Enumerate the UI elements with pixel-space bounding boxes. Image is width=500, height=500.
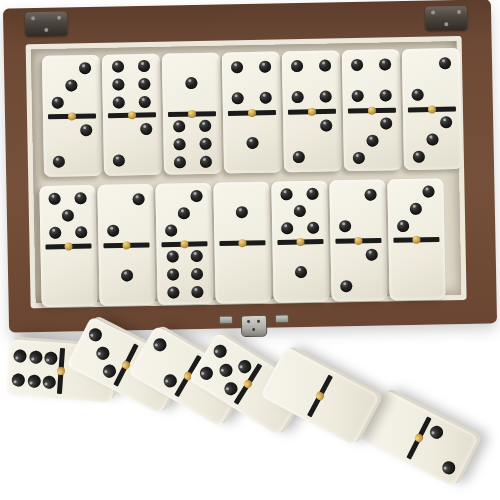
pip [351, 58, 363, 70]
pip [217, 361, 235, 379]
pip [53, 156, 65, 168]
pip [76, 226, 88, 238]
tile-half-top [342, 49, 401, 111]
pip [52, 97, 64, 109]
pip [412, 89, 424, 101]
pip [353, 151, 365, 163]
pip [428, 423, 445, 440]
domino-tile [282, 50, 342, 172]
pip [281, 222, 293, 234]
pip [191, 190, 203, 202]
pip [259, 92, 271, 104]
pip [379, 89, 391, 101]
pip [319, 90, 331, 102]
pip [423, 186, 435, 198]
pip [62, 210, 74, 222]
domino-tile [222, 51, 282, 173]
tile-half-bot [403, 108, 462, 170]
pip [178, 207, 190, 219]
tile-half-top [6, 339, 63, 399]
pip [199, 137, 211, 149]
pip [308, 222, 320, 234]
pip [319, 59, 331, 71]
pip [365, 188, 377, 200]
domino-tile [271, 181, 329, 303]
domino-row-top [41, 48, 459, 178]
pip [410, 203, 422, 215]
pip [366, 134, 378, 146]
hinge-icon-left [25, 11, 67, 36]
pip [151, 335, 169, 353]
pip [43, 376, 57, 390]
tile-half-bot [43, 115, 102, 177]
pip [236, 206, 248, 218]
pip [192, 286, 204, 298]
domino-tile [155, 183, 213, 305]
tile-half-bot [98, 244, 155, 306]
pip [440, 460, 457, 477]
pip [340, 281, 352, 293]
tile-half-bot [163, 113, 222, 175]
domino-tile [329, 179, 387, 301]
pip [320, 119, 332, 131]
tile-half-bot [41, 245, 98, 307]
tile-half-bot [214, 242, 271, 304]
wooden-case [3, 0, 497, 333]
clasp-screw-plate-left [219, 315, 233, 324]
domino-tile [39, 185, 97, 307]
pip [94, 344, 111, 361]
pip [439, 57, 451, 69]
tile-half-bot [156, 243, 213, 305]
pip [259, 60, 271, 72]
tile-half-top [102, 54, 161, 116]
pip [191, 268, 203, 280]
pip [174, 156, 186, 168]
pip [44, 351, 58, 365]
pip [112, 60, 124, 72]
pip [199, 119, 211, 131]
pip [173, 120, 185, 132]
pip [197, 365, 215, 383]
pip [295, 266, 307, 278]
clasp-screw-plate-right [275, 314, 289, 323]
tile-half-top [222, 51, 281, 113]
pip [339, 220, 351, 232]
tile-half-top [282, 50, 341, 112]
pip [185, 77, 197, 89]
pip [307, 188, 319, 200]
pip [174, 138, 186, 150]
pip [379, 58, 391, 70]
pip [167, 268, 179, 280]
pip [232, 92, 244, 104]
pip [80, 124, 92, 136]
pip [166, 250, 178, 262]
tile-half-top [162, 53, 221, 115]
tile-half-bot [330, 240, 387, 302]
pip [165, 225, 177, 237]
domino-tile [162, 53, 222, 175]
pip [211, 342, 229, 360]
domino-tile [359, 389, 479, 487]
clasp-latch-icon [241, 315, 267, 337]
pip [246, 137, 258, 149]
tile-half-top [329, 179, 386, 241]
pip [191, 250, 203, 262]
tile-half-bot [103, 114, 162, 176]
tile-half-bot [343, 110, 402, 172]
domino-tile [102, 54, 162, 176]
pip [200, 156, 212, 168]
tile-half-top [97, 184, 154, 246]
pip [167, 286, 179, 298]
pip [366, 249, 378, 261]
tile-half-bot [223, 112, 282, 174]
pip [293, 151, 305, 163]
tile-half-top [213, 182, 270, 244]
pip [75, 192, 87, 204]
pip [27, 375, 41, 389]
pip [440, 116, 452, 128]
pip [138, 96, 150, 108]
domino-tile [42, 55, 102, 177]
pip [79, 62, 91, 74]
pip [133, 193, 145, 205]
pip [413, 150, 425, 162]
domino-tile [387, 178, 445, 300]
domino-tile [402, 48, 462, 170]
pip [28, 350, 42, 364]
pip [11, 373, 25, 387]
tile-half-top [155, 183, 212, 245]
pip [426, 133, 438, 145]
hinge-icon-right [425, 6, 467, 31]
pip [380, 117, 392, 129]
pip [13, 349, 27, 363]
pip [294, 205, 306, 217]
pip [65, 80, 77, 92]
pip [140, 123, 152, 135]
domino-tile [97, 184, 155, 306]
tile-half-bot [388, 239, 445, 301]
pip [352, 90, 364, 102]
pip [113, 79, 125, 91]
spinner-pin-icon [68, 112, 76, 120]
pip [138, 60, 150, 72]
pip [87, 326, 104, 343]
pip [138, 78, 150, 90]
tile-half-top [42, 55, 101, 117]
domino-row-bottom [38, 178, 461, 308]
pip [107, 225, 119, 237]
pip [121, 269, 133, 281]
pip [161, 372, 179, 390]
tile-half-bot [283, 111, 342, 173]
pip [292, 91, 304, 103]
domino-set-photo [0, 0, 500, 500]
case-tray [31, 41, 462, 303]
pip [113, 97, 125, 109]
tile-half-top [387, 178, 444, 240]
tile-half-top [39, 185, 96, 247]
pip [231, 61, 243, 73]
domino-tile [213, 182, 271, 304]
tile-half-top [402, 48, 461, 110]
pip [49, 227, 61, 239]
pip [280, 188, 292, 200]
case-interior [26, 36, 467, 308]
pip [48, 193, 60, 205]
tile-half-bot [272, 241, 329, 303]
pip [291, 59, 303, 71]
tile-half-top [271, 181, 328, 243]
domino-tile [342, 49, 402, 171]
pip [397, 220, 409, 232]
pip [113, 155, 125, 167]
